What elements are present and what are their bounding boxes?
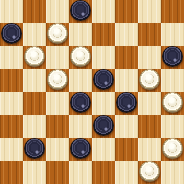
square-b1[interactable] — [23, 161, 46, 184]
square-d7[interactable] — [69, 23, 92, 46]
square-c1[interactable] — [46, 161, 69, 184]
square-a6[interactable] — [0, 46, 23, 69]
square-h1[interactable] — [161, 161, 184, 184]
square-a5[interactable] — [0, 69, 23, 92]
square-g5[interactable] — [138, 69, 161, 92]
square-b4[interactable] — [23, 92, 46, 115]
square-b2[interactable] — [23, 138, 46, 161]
square-e7[interactable] — [92, 23, 115, 46]
white-piece[interactable] — [139, 161, 160, 182]
square-f4[interactable] — [115, 92, 138, 115]
square-a8[interactable] — [0, 0, 23, 23]
square-g6[interactable] — [138, 46, 161, 69]
square-e3[interactable] — [92, 115, 115, 138]
square-h2[interactable] — [161, 138, 184, 161]
square-h4[interactable] — [161, 92, 184, 115]
square-d5[interactable] — [69, 69, 92, 92]
dark-piece[interactable] — [70, 138, 91, 159]
square-g7[interactable] — [138, 23, 161, 46]
white-piece[interactable] — [70, 46, 91, 67]
square-b3[interactable] — [23, 115, 46, 138]
square-h8[interactable] — [161, 0, 184, 23]
square-b6[interactable] — [23, 46, 46, 69]
white-piece[interactable] — [162, 138, 183, 159]
white-piece[interactable] — [47, 69, 68, 90]
square-e5[interactable] — [92, 69, 115, 92]
square-f6[interactable] — [115, 46, 138, 69]
dark-piece[interactable] — [70, 92, 91, 113]
square-c2[interactable] — [46, 138, 69, 161]
square-e4[interactable] — [92, 92, 115, 115]
square-a1[interactable] — [0, 161, 23, 184]
square-d8[interactable] — [69, 0, 92, 23]
square-h7[interactable] — [161, 23, 184, 46]
square-f2[interactable] — [115, 138, 138, 161]
square-c3[interactable] — [46, 115, 69, 138]
dark-piece[interactable] — [1, 23, 22, 44]
square-a7[interactable] — [0, 23, 23, 46]
square-c5[interactable] — [46, 69, 69, 92]
square-d2[interactable] — [69, 138, 92, 161]
checkers-board — [0, 0, 184, 184]
square-g3[interactable] — [138, 115, 161, 138]
dark-piece[interactable] — [24, 138, 45, 159]
square-c7[interactable] — [46, 23, 69, 46]
square-c4[interactable] — [46, 92, 69, 115]
dark-piece[interactable] — [116, 92, 137, 113]
white-piece[interactable] — [139, 69, 160, 90]
square-e2[interactable] — [92, 138, 115, 161]
white-piece[interactable] — [47, 23, 68, 44]
square-a3[interactable] — [0, 115, 23, 138]
square-a2[interactable] — [0, 138, 23, 161]
square-e6[interactable] — [92, 46, 115, 69]
square-h3[interactable] — [161, 115, 184, 138]
square-e8[interactable] — [92, 0, 115, 23]
square-a4[interactable] — [0, 92, 23, 115]
dark-piece[interactable] — [70, 0, 91, 21]
square-d3[interactable] — [69, 115, 92, 138]
square-h5[interactable] — [161, 69, 184, 92]
dark-piece[interactable] — [93, 115, 114, 136]
square-h6[interactable] — [161, 46, 184, 69]
square-b7[interactable] — [23, 23, 46, 46]
square-b5[interactable] — [23, 69, 46, 92]
white-piece[interactable] — [162, 92, 183, 113]
square-c6[interactable] — [46, 46, 69, 69]
square-f1[interactable] — [115, 161, 138, 184]
square-g4[interactable] — [138, 92, 161, 115]
dark-piece[interactable] — [162, 46, 183, 67]
square-d1[interactable] — [69, 161, 92, 184]
square-g1[interactable] — [138, 161, 161, 184]
square-d4[interactable] — [69, 92, 92, 115]
white-piece[interactable] — [24, 46, 45, 67]
square-e1[interactable] — [92, 161, 115, 184]
square-f7[interactable] — [115, 23, 138, 46]
square-g2[interactable] — [138, 138, 161, 161]
square-f5[interactable] — [115, 69, 138, 92]
square-b8[interactable] — [23, 0, 46, 23]
square-f3[interactable] — [115, 115, 138, 138]
square-g8[interactable] — [138, 0, 161, 23]
dark-piece[interactable] — [93, 69, 114, 90]
square-c8[interactable] — [46, 0, 69, 23]
square-f8[interactable] — [115, 0, 138, 23]
square-d6[interactable] — [69, 46, 92, 69]
